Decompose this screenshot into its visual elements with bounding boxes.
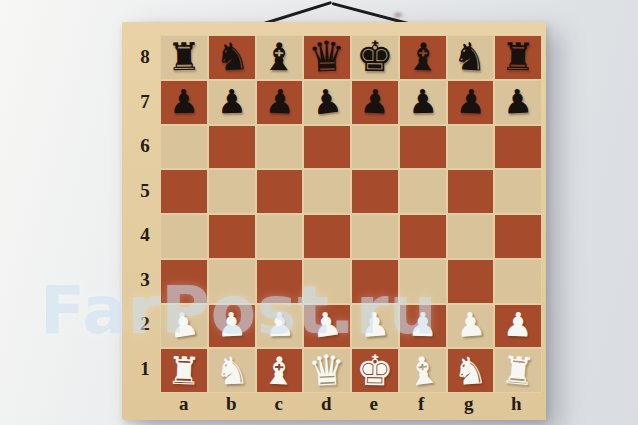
square-f8[interactable]: ♝ bbox=[400, 36, 446, 79]
square-g2[interactable]: ♟ bbox=[448, 305, 494, 348]
black-pawn[interactable]: ♟ bbox=[169, 85, 200, 119]
square-c8[interactable]: ♝ bbox=[257, 36, 303, 79]
square-g8[interactable]: ♞ bbox=[448, 36, 494, 79]
square-f3[interactable] bbox=[400, 260, 446, 303]
white-bishop[interactable]: ♝ bbox=[403, 350, 441, 392]
file-label-h: h bbox=[493, 391, 541, 417]
square-e5[interactable] bbox=[352, 170, 398, 213]
square-b7[interactable]: ♟ bbox=[209, 81, 255, 124]
square-d6[interactable] bbox=[304, 126, 350, 169]
square-c3[interactable] bbox=[257, 260, 303, 303]
black-rook[interactable]: ♜ bbox=[166, 38, 201, 77]
square-d8[interactable]: ♛ bbox=[304, 36, 350, 79]
square-h2[interactable]: ♟ bbox=[495, 305, 541, 348]
square-c6[interactable] bbox=[257, 126, 303, 169]
black-knight[interactable]: ♞ bbox=[214, 38, 250, 78]
square-e6[interactable] bbox=[352, 126, 398, 169]
square-d2[interactable]: ♟ bbox=[304, 305, 350, 348]
square-f7[interactable]: ♟ bbox=[400, 81, 446, 124]
square-f4[interactable] bbox=[400, 215, 446, 258]
white-pawn[interactable]: ♟ bbox=[503, 309, 534, 343]
file-label-f: f bbox=[398, 391, 446, 417]
square-a2[interactable]: ♟ bbox=[161, 305, 207, 348]
white-pawn[interactable]: ♟ bbox=[454, 308, 486, 343]
white-bishop[interactable]: ♝ bbox=[262, 351, 297, 390]
file-label-b: b bbox=[208, 391, 256, 417]
square-h3[interactable] bbox=[495, 260, 541, 303]
square-e7[interactable]: ♟ bbox=[352, 81, 398, 124]
square-h8[interactable]: ♜ bbox=[495, 36, 541, 79]
file-label-e: e bbox=[350, 391, 398, 417]
square-a1[interactable]: ♜ bbox=[161, 349, 207, 392]
square-g3[interactable] bbox=[448, 260, 494, 303]
square-d3[interactable] bbox=[304, 260, 350, 303]
square-h5[interactable] bbox=[495, 170, 541, 213]
white-pawn[interactable]: ♟ bbox=[310, 307, 344, 344]
file-label-c: c bbox=[255, 391, 303, 417]
black-knight[interactable]: ♞ bbox=[452, 38, 488, 78]
black-queen[interactable]: ♛ bbox=[308, 36, 347, 79]
black-rook[interactable]: ♜ bbox=[501, 38, 536, 77]
square-g7[interactable]: ♟ bbox=[448, 81, 494, 124]
black-pawn[interactable]: ♟ bbox=[502, 85, 533, 120]
square-a8[interactable]: ♜ bbox=[161, 36, 207, 79]
rank-label-3: 3 bbox=[122, 258, 160, 303]
square-e3[interactable] bbox=[352, 260, 398, 303]
file-labels: abcdefgh bbox=[160, 391, 540, 417]
square-e4[interactable] bbox=[352, 215, 398, 258]
black-pawn[interactable]: ♟ bbox=[359, 85, 390, 120]
black-bishop[interactable]: ♝ bbox=[405, 38, 440, 77]
chess-board: 87654321 ♜♞♝♛♚♝♞♜♟♟♟♟♟♟♟♟♟♟♟♟♟♟♟♟♜♞♝♛♚♝♞… bbox=[122, 22, 546, 420]
square-h6[interactable] bbox=[495, 126, 541, 169]
square-b5[interactable] bbox=[209, 170, 255, 213]
square-d7[interactable]: ♟ bbox=[304, 81, 350, 124]
photo-scene: 87654321 ♜♞♝♛♚♝♞♜♟♟♟♟♟♟♟♟♟♟♟♟♟♟♟♟♜♞♝♛♚♝♞… bbox=[0, 0, 638, 425]
square-a6[interactable] bbox=[161, 126, 207, 169]
white-queen[interactable]: ♛ bbox=[307, 349, 347, 393]
square-f2[interactable]: ♟ bbox=[400, 305, 446, 348]
black-pawn[interactable]: ♟ bbox=[217, 85, 247, 119]
file-label-g: g bbox=[445, 391, 493, 417]
white-pawn[interactable]: ♟ bbox=[408, 309, 438, 343]
file-label-a: a bbox=[160, 391, 208, 417]
black-pawn[interactable]: ♟ bbox=[407, 85, 438, 119]
square-d1[interactable]: ♛ bbox=[304, 349, 350, 392]
square-c4[interactable] bbox=[257, 215, 303, 258]
square-g4[interactable] bbox=[448, 215, 494, 258]
square-b6[interactable] bbox=[209, 126, 255, 169]
black-king[interactable]: ♚ bbox=[356, 36, 394, 79]
rank-label-7: 7 bbox=[122, 80, 160, 125]
nail-mark bbox=[392, 11, 404, 19]
square-g5[interactable] bbox=[448, 170, 494, 213]
white-king[interactable]: ♚ bbox=[356, 349, 394, 392]
square-e2[interactable]: ♟ bbox=[352, 305, 398, 348]
file-label-d: d bbox=[303, 391, 351, 417]
square-a7[interactable]: ♟ bbox=[161, 81, 207, 124]
square-f6[interactable] bbox=[400, 126, 446, 169]
square-h1[interactable]: ♜ bbox=[495, 349, 541, 392]
square-f1[interactable]: ♝ bbox=[400, 349, 446, 392]
rank-labels: 87654321 bbox=[122, 35, 160, 391]
white-pawn[interactable]: ♟ bbox=[359, 308, 391, 343]
square-b1[interactable]: ♞ bbox=[209, 349, 255, 392]
white-knight[interactable]: ♞ bbox=[214, 351, 249, 390]
white-rook[interactable]: ♜ bbox=[166, 351, 201, 390]
square-c2[interactable]: ♟ bbox=[257, 305, 303, 348]
square-c7[interactable]: ♟ bbox=[257, 81, 303, 124]
black-pawn[interactable]: ♟ bbox=[264, 85, 295, 119]
black-pawn[interactable]: ♟ bbox=[455, 85, 486, 119]
square-b8[interactable]: ♞ bbox=[209, 36, 255, 79]
square-c1[interactable]: ♝ bbox=[257, 349, 303, 392]
square-c5[interactable] bbox=[257, 170, 303, 213]
rank-label-5: 5 bbox=[122, 169, 160, 214]
square-b3[interactable] bbox=[209, 260, 255, 303]
white-pawn[interactable]: ♟ bbox=[167, 307, 201, 344]
square-a4[interactable] bbox=[161, 215, 207, 258]
rank-label-4: 4 bbox=[122, 213, 160, 258]
square-g6[interactable] bbox=[448, 126, 494, 169]
rank-label-8: 8 bbox=[122, 35, 160, 80]
square-g1[interactable]: ♞ bbox=[448, 349, 494, 392]
square-b2[interactable]: ♟ bbox=[209, 305, 255, 348]
white-rook[interactable]: ♜ bbox=[499, 350, 536, 391]
square-h7[interactable]: ♟ bbox=[495, 81, 541, 124]
square-f5[interactable] bbox=[400, 170, 446, 213]
rank-label-1: 1 bbox=[122, 347, 160, 392]
white-pawn[interactable]: ♟ bbox=[264, 309, 295, 343]
square-a3[interactable] bbox=[161, 260, 207, 303]
white-knight[interactable]: ♞ bbox=[452, 350, 489, 390]
board-grid: ♜♞♝♛♚♝♞♜♟♟♟♟♟♟♟♟♟♟♟♟♟♟♟♟♜♞♝♛♚♝♞♜ bbox=[160, 35, 542, 393]
white-pawn[interactable]: ♟ bbox=[216, 309, 247, 344]
square-e8[interactable]: ♚ bbox=[352, 36, 398, 79]
square-b4[interactable] bbox=[209, 215, 255, 258]
black-pawn[interactable]: ♟ bbox=[310, 84, 343, 120]
rank-label-2: 2 bbox=[122, 302, 160, 347]
square-e1[interactable]: ♚ bbox=[352, 349, 398, 392]
square-d4[interactable] bbox=[304, 215, 350, 258]
square-a5[interactable] bbox=[161, 170, 207, 213]
black-bishop[interactable]: ♝ bbox=[262, 38, 297, 77]
square-d5[interactable] bbox=[304, 170, 350, 213]
square-h4[interactable] bbox=[495, 215, 541, 258]
rank-label-6: 6 bbox=[122, 124, 160, 169]
